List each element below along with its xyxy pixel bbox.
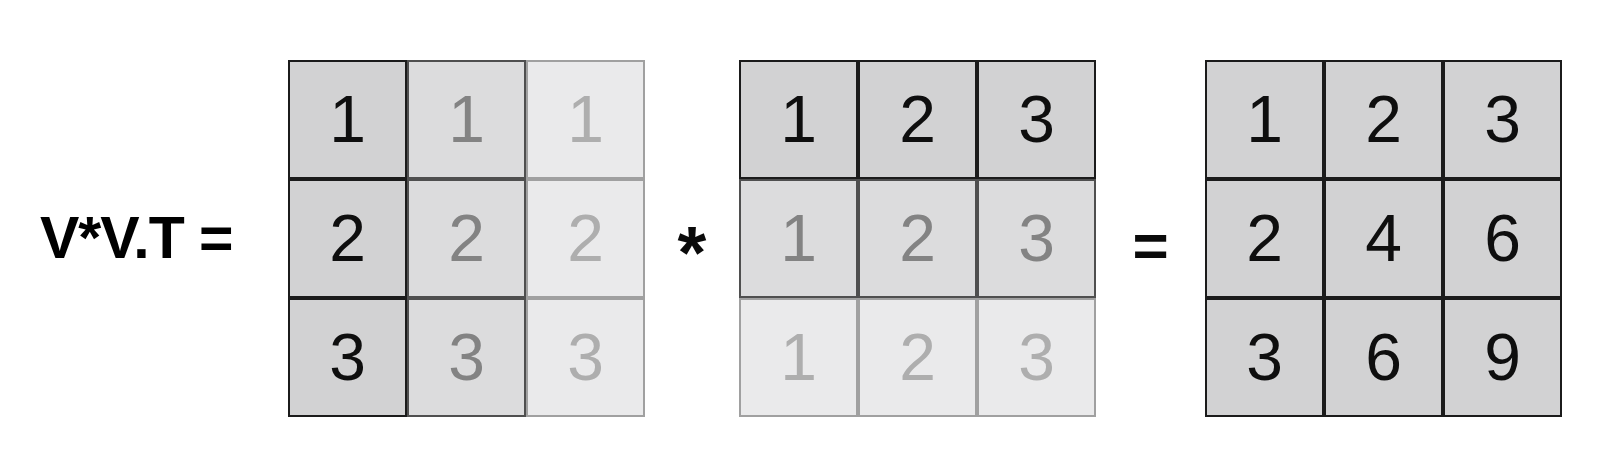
product-cell-r1c2: 2 [1324,60,1443,179]
vt-cell-r3c2: 2 [858,298,977,417]
v-cell-r3c3: 3 [526,298,645,417]
vt-cell-r1c3: 3 [977,60,1096,179]
matrix-equation-diagram: V*V.T = 1 1 1 2 2 2 3 3 3 * 1 2 3 1 2 3 … [0,0,1600,476]
product-cell-r2c2: 4 [1324,179,1443,298]
product-cell-r3c3: 9 [1443,298,1562,417]
product-cell-r1c1: 1 [1205,60,1324,179]
product-cell-r2c3: 6 [1443,179,1562,298]
vt-cell-r3c3: 3 [977,298,1096,417]
v-cell-r1c3: 1 [526,60,645,179]
v-cell-r2c2: 2 [407,179,526,298]
product-cell-r3c1: 3 [1205,298,1324,417]
vt-cell-r2c2: 2 [858,179,977,298]
equals-operator: = [1096,215,1205,277]
v-cell-r3c2: 3 [407,298,526,417]
equation-label: V*V.T = [0,204,288,272]
v-cell-r2c1: 2 [288,179,407,298]
vt-cell-r2c3: 3 [977,179,1096,298]
matrix-v: 1 1 1 2 2 2 3 3 3 [288,60,645,417]
product-cell-r2c1: 2 [1205,179,1324,298]
matrix-product: 1 2 3 2 4 6 3 6 9 [1205,60,1562,417]
vt-cell-r3c1: 1 [739,298,858,417]
v-cell-r1c1: 1 [288,60,407,179]
multiply-operator: * [645,216,739,290]
vt-cell-r1c2: 2 [858,60,977,179]
v-cell-r1c2: 1 [407,60,526,179]
vt-cell-r1c1: 1 [739,60,858,179]
vt-cell-r2c1: 1 [739,179,858,298]
v-cell-r3c1: 3 [288,298,407,417]
matrix-v-transpose: 1 2 3 1 2 3 1 2 3 [739,60,1096,417]
product-cell-r3c2: 6 [1324,298,1443,417]
product-cell-r1c3: 3 [1443,60,1562,179]
v-cell-r2c3: 2 [526,179,645,298]
